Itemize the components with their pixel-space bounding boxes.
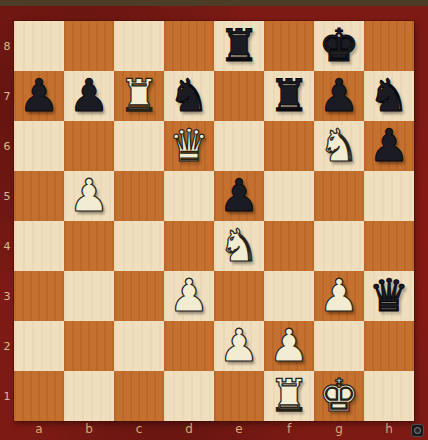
square-f8[interactable] bbox=[264, 21, 314, 71]
square-f6[interactable] bbox=[264, 121, 314, 171]
file-label-g: g bbox=[314, 421, 364, 440]
square-b3[interactable] bbox=[64, 271, 114, 321]
square-h8[interactable] bbox=[364, 21, 414, 71]
piece-white-rook-f1[interactable]: ♜ bbox=[269, 373, 309, 418]
square-d5[interactable] bbox=[164, 171, 214, 221]
square-h4[interactable] bbox=[364, 221, 414, 271]
square-b2[interactable] bbox=[64, 321, 114, 371]
square-g8[interactable]: ♚ bbox=[314, 21, 364, 71]
square-f3[interactable] bbox=[264, 271, 314, 321]
square-d8[interactable] bbox=[164, 21, 214, 71]
square-a1[interactable] bbox=[14, 371, 64, 421]
file-label-e: e bbox=[214, 421, 264, 440]
file-label-b: b bbox=[64, 421, 114, 440]
piece-white-king-g1[interactable]: ♚ bbox=[319, 373, 359, 418]
piece-black-pawn-b7[interactable]: ♟ bbox=[69, 73, 109, 118]
square-e8[interactable]: ♜ bbox=[214, 21, 264, 71]
square-h6[interactable]: ♟ bbox=[364, 121, 414, 171]
square-b7[interactable]: ♟ bbox=[64, 71, 114, 121]
piece-black-pawn-a7[interactable]: ♟ bbox=[19, 73, 59, 118]
square-b5[interactable]: ♟ bbox=[64, 171, 114, 221]
piece-white-queen-d6[interactable]: ♛ bbox=[169, 123, 209, 168]
square-e4[interactable]: ♞ bbox=[214, 221, 264, 271]
square-b8[interactable] bbox=[64, 21, 114, 71]
square-f4[interactable] bbox=[264, 221, 314, 271]
square-d1[interactable] bbox=[164, 371, 214, 421]
square-a6[interactable] bbox=[14, 121, 64, 171]
piece-black-knight-d7[interactable]: ♞ bbox=[169, 73, 209, 118]
square-a8[interactable] bbox=[14, 21, 64, 71]
square-f2[interactable]: ♟ bbox=[264, 321, 314, 371]
square-g6[interactable]: ♞ bbox=[314, 121, 364, 171]
piece-white-knight-g6[interactable]: ♞ bbox=[319, 123, 359, 168]
piece-white-pawn-d3[interactable]: ♟ bbox=[169, 273, 209, 318]
board-settings-button[interactable] bbox=[411, 424, 424, 437]
square-e7[interactable] bbox=[214, 71, 264, 121]
square-d6[interactable]: ♛ bbox=[164, 121, 214, 171]
piece-white-rook-c7[interactable]: ♜ bbox=[119, 73, 159, 118]
window-top-strip bbox=[0, 0, 428, 6]
file-label-a: a bbox=[14, 421, 64, 440]
square-c3[interactable] bbox=[114, 271, 164, 321]
square-h1[interactable] bbox=[364, 371, 414, 421]
square-d4[interactable] bbox=[164, 221, 214, 271]
square-c5[interactable] bbox=[114, 171, 164, 221]
file-label-d: d bbox=[164, 421, 214, 440]
piece-black-pawn-g7[interactable]: ♟ bbox=[319, 73, 359, 118]
square-c2[interactable] bbox=[114, 321, 164, 371]
square-h7[interactable]: ♞ bbox=[364, 71, 414, 121]
file-label-h: h bbox=[364, 421, 414, 440]
square-c1[interactable] bbox=[114, 371, 164, 421]
square-h3[interactable]: ♛ bbox=[364, 271, 414, 321]
piece-black-king-g8[interactable]: ♚ bbox=[319, 23, 359, 68]
rank-label-4: 4 bbox=[0, 221, 14, 271]
piece-black-rook-e8[interactable]: ♜ bbox=[219, 23, 259, 68]
square-d3[interactable]: ♟ bbox=[164, 271, 214, 321]
square-e3[interactable] bbox=[214, 271, 264, 321]
file-label-f: f bbox=[264, 421, 314, 440]
square-g7[interactable]: ♟ bbox=[314, 71, 364, 121]
piece-white-pawn-b5[interactable]: ♟ bbox=[69, 173, 109, 218]
piece-white-pawn-e2[interactable]: ♟ bbox=[219, 323, 259, 368]
piece-white-knight-e4[interactable]: ♞ bbox=[219, 223, 259, 268]
square-e5[interactable]: ♟ bbox=[214, 171, 264, 221]
square-c7[interactable]: ♜ bbox=[114, 71, 164, 121]
rank-label-5: 5 bbox=[0, 171, 14, 221]
rank-label-6: 6 bbox=[0, 121, 14, 171]
rank-label-8: 8 bbox=[0, 21, 14, 71]
square-a2[interactable] bbox=[14, 321, 64, 371]
square-d2[interactable] bbox=[164, 321, 214, 371]
board-settings-icon bbox=[414, 427, 421, 434]
square-c4[interactable] bbox=[114, 221, 164, 271]
square-g5[interactable] bbox=[314, 171, 364, 221]
square-e2[interactable]: ♟ bbox=[214, 321, 264, 371]
square-a4[interactable] bbox=[14, 221, 64, 271]
square-g3[interactable]: ♟ bbox=[314, 271, 364, 321]
square-c6[interactable] bbox=[114, 121, 164, 171]
rank-labels: 87654321 bbox=[0, 21, 14, 421]
chess-board[interactable]: ♜♚♟♟♜♞♜♟♞♛♞♟♟♟♞♟♟♛♟♟♜♚ bbox=[14, 21, 414, 421]
piece-black-knight-h7[interactable]: ♞ bbox=[369, 73, 409, 118]
piece-black-rook-f7[interactable]: ♜ bbox=[269, 73, 309, 118]
square-e1[interactable] bbox=[214, 371, 264, 421]
square-f5[interactable] bbox=[264, 171, 314, 221]
piece-white-pawn-f2[interactable]: ♟ bbox=[269, 323, 309, 368]
square-b6[interactable] bbox=[64, 121, 114, 171]
square-c8[interactable] bbox=[114, 21, 164, 71]
rank-label-1: 1 bbox=[0, 371, 14, 421]
square-b4[interactable] bbox=[64, 221, 114, 271]
square-e6[interactable] bbox=[214, 121, 264, 171]
square-g4[interactable] bbox=[314, 221, 364, 271]
square-f7[interactable]: ♜ bbox=[264, 71, 314, 121]
square-h2[interactable] bbox=[364, 321, 414, 371]
square-a3[interactable] bbox=[14, 271, 64, 321]
square-h5[interactable] bbox=[364, 171, 414, 221]
rank-label-2: 2 bbox=[0, 321, 14, 371]
square-g2[interactable] bbox=[314, 321, 364, 371]
rank-label-7: 7 bbox=[0, 71, 14, 121]
file-labels: abcdefgh bbox=[14, 421, 414, 440]
square-a7[interactable]: ♟ bbox=[14, 71, 64, 121]
rank-label-3: 3 bbox=[0, 271, 14, 321]
square-d7[interactable]: ♞ bbox=[164, 71, 214, 121]
square-a5[interactable] bbox=[14, 171, 64, 221]
piece-black-pawn-h6[interactable]: ♟ bbox=[369, 123, 409, 168]
chess-app: { "game": "chess", "position": { "fen": … bbox=[0, 0, 428, 440]
square-f1[interactable]: ♜ bbox=[264, 371, 314, 421]
square-b1[interactable] bbox=[64, 371, 114, 421]
file-label-c: c bbox=[114, 421, 164, 440]
square-g1[interactable]: ♚ bbox=[314, 371, 364, 421]
piece-black-pawn-e5[interactable]: ♟ bbox=[219, 173, 259, 218]
piece-black-queen-h3[interactable]: ♛ bbox=[369, 273, 409, 318]
piece-white-pawn-g3[interactable]: ♟ bbox=[319, 273, 359, 318]
